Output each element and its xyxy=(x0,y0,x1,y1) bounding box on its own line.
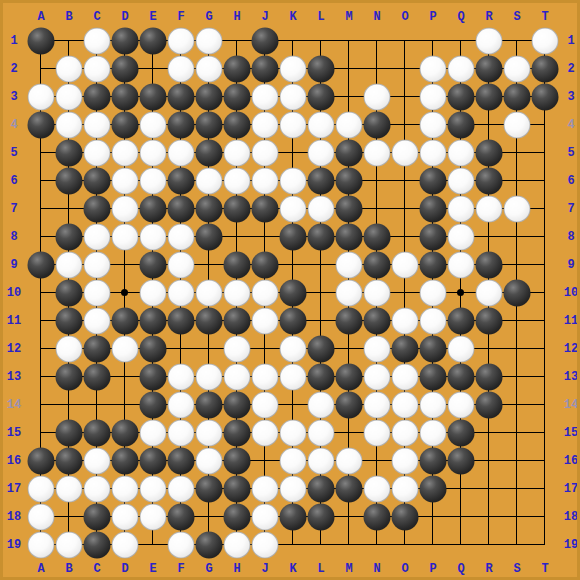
stone-black-H16[interactable] xyxy=(223,447,250,474)
stone-black-F4[interactable] xyxy=(167,111,194,138)
stone-black-G3[interactable] xyxy=(195,83,222,110)
stone-white-N3[interactable] xyxy=(363,83,390,110)
stone-black-R11[interactable] xyxy=(475,307,502,334)
stone-white-K4[interactable] xyxy=(279,111,306,138)
stone-black-P16[interactable] xyxy=(419,447,446,474)
stone-white-O13[interactable] xyxy=(391,363,418,390)
col-label-bottom-G: G xyxy=(205,563,212,575)
col-label-bottom-Q: Q xyxy=(457,563,464,575)
stone-white-G6[interactable] xyxy=(195,167,222,194)
stone-white-K15[interactable] xyxy=(279,419,306,446)
stone-white-C11[interactable] xyxy=(83,307,110,334)
row-label-right-5: 5 xyxy=(567,147,574,159)
stone-white-Q6[interactable] xyxy=(447,167,474,194)
stone-white-F15[interactable] xyxy=(167,419,194,446)
col-label-bottom-L: L xyxy=(317,563,324,575)
col-label-top-L: L xyxy=(317,11,324,23)
stone-black-F7[interactable] xyxy=(167,195,194,222)
stone-black-E11[interactable] xyxy=(139,307,166,334)
row-label-right-4: 4 xyxy=(567,119,574,131)
stone-black-R3[interactable] xyxy=(475,83,502,110)
stone-white-O5[interactable] xyxy=(391,139,418,166)
stone-black-H15[interactable] xyxy=(223,419,250,446)
stone-black-G5[interactable] xyxy=(195,139,222,166)
stone-black-O12[interactable] xyxy=(391,335,418,362)
stone-white-C9[interactable] xyxy=(83,251,110,278)
stone-white-C17[interactable] xyxy=(83,475,110,502)
col-label-top-Q: Q xyxy=(457,11,464,23)
stone-white-E5[interactable] xyxy=(139,139,166,166)
stone-black-F11[interactable] xyxy=(167,307,194,334)
stone-white-J13[interactable] xyxy=(251,363,278,390)
stone-black-F16[interactable] xyxy=(167,447,194,474)
row-label-left-7: 7 xyxy=(10,203,17,215)
col-label-bottom-T: T xyxy=(541,563,548,575)
stone-black-N11[interactable] xyxy=(363,307,390,334)
stone-white-H6[interactable] xyxy=(223,167,250,194)
col-label-top-F: F xyxy=(177,11,184,23)
stone-white-C5[interactable] xyxy=(83,139,110,166)
stone-black-G19[interactable] xyxy=(195,531,222,558)
stone-black-N8[interactable] xyxy=(363,223,390,250)
stone-white-O9[interactable] xyxy=(391,251,418,278)
stone-black-H2[interactable] xyxy=(223,55,250,82)
stone-white-L16[interactable] xyxy=(307,447,334,474)
stone-white-J17[interactable] xyxy=(251,475,278,502)
stone-black-K11[interactable] xyxy=(279,307,306,334)
col-label-top-K: K xyxy=(289,11,296,23)
stone-white-K7[interactable] xyxy=(279,195,306,222)
stone-black-P7[interactable] xyxy=(419,195,446,222)
col-label-top-A: A xyxy=(37,11,44,23)
stone-white-F13[interactable] xyxy=(167,363,194,390)
stone-white-D8[interactable] xyxy=(111,223,138,250)
stone-black-L18[interactable] xyxy=(307,503,334,530)
stone-white-A3[interactable] xyxy=(27,83,54,110)
stone-white-Q9[interactable] xyxy=(447,251,474,278)
stone-black-R5[interactable] xyxy=(475,139,502,166)
col-label-bottom-S: S xyxy=(513,563,520,575)
stone-black-B8[interactable] xyxy=(55,223,82,250)
stone-white-P15[interactable] xyxy=(419,419,446,446)
stone-black-E1[interactable] xyxy=(139,27,166,54)
stone-white-Q8[interactable] xyxy=(447,223,474,250)
row-label-left-18: 18 xyxy=(7,511,21,523)
row-label-left-9: 9 xyxy=(10,259,17,271)
stone-white-E15[interactable] xyxy=(139,419,166,446)
stone-black-B13[interactable] xyxy=(55,363,82,390)
stone-white-M16[interactable] xyxy=(335,447,362,474)
stone-white-N17[interactable] xyxy=(363,475,390,502)
stone-black-K8[interactable] xyxy=(279,223,306,250)
stone-white-F10[interactable] xyxy=(167,279,194,306)
stone-white-E10[interactable] xyxy=(139,279,166,306)
row-label-right-14: 14 xyxy=(564,399,578,411)
stone-black-A1[interactable] xyxy=(27,27,54,54)
stone-white-K16[interactable] xyxy=(279,447,306,474)
col-label-bottom-P: P xyxy=(429,563,436,575)
stone-black-P13[interactable] xyxy=(419,363,446,390)
row-label-right-9: 9 xyxy=(567,259,574,271)
stone-white-S7[interactable] xyxy=(503,195,530,222)
stone-black-P8[interactable] xyxy=(419,223,446,250)
stone-white-N15[interactable] xyxy=(363,419,390,446)
stone-white-P10[interactable] xyxy=(419,279,446,306)
stone-black-B16[interactable] xyxy=(55,447,82,474)
stone-white-D12[interactable] xyxy=(111,335,138,362)
stone-black-J7[interactable] xyxy=(251,195,278,222)
stone-black-O18[interactable] xyxy=(391,503,418,530)
stone-black-P6[interactable] xyxy=(419,167,446,194)
stone-black-F6[interactable] xyxy=(167,167,194,194)
stone-black-L2[interactable] xyxy=(307,55,334,82)
stone-white-D6[interactable] xyxy=(111,167,138,194)
col-label-bottom-A: A xyxy=(37,563,44,575)
stone-black-A9[interactable] xyxy=(27,251,54,278)
stone-black-M8[interactable] xyxy=(335,223,362,250)
stone-black-H18[interactable] xyxy=(223,503,250,530)
stone-white-H13[interactable] xyxy=(223,363,250,390)
stone-black-C15[interactable] xyxy=(83,419,110,446)
row-label-right-6: 6 xyxy=(567,175,574,187)
row-label-left-17: 17 xyxy=(7,483,21,495)
stone-black-Q16[interactable] xyxy=(447,447,474,474)
row-label-right-11: 11 xyxy=(564,315,578,327)
stone-white-F1[interactable] xyxy=(167,27,194,54)
stone-black-K10[interactable] xyxy=(279,279,306,306)
row-label-right-3: 3 xyxy=(567,91,574,103)
stone-white-C16[interactable] xyxy=(83,447,110,474)
stone-white-Q14[interactable] xyxy=(447,391,474,418)
col-label-top-C: C xyxy=(93,11,100,23)
stone-white-R1[interactable] xyxy=(475,27,502,54)
stone-black-P17[interactable] xyxy=(419,475,446,502)
row-label-right-13: 13 xyxy=(564,371,578,383)
stone-black-F3[interactable] xyxy=(167,83,194,110)
stone-black-M14[interactable] xyxy=(335,391,362,418)
stone-black-M11[interactable] xyxy=(335,307,362,334)
stone-black-N9[interactable] xyxy=(363,251,390,278)
stone-black-H11[interactable] xyxy=(223,307,250,334)
stone-white-F8[interactable] xyxy=(167,223,194,250)
go-board[interactable]: AABBCCDDEEFFGGHHJJKKLLMMNNOOPPQQRRSSTT11… xyxy=(0,0,580,580)
stone-black-H3[interactable] xyxy=(223,83,250,110)
stone-white-M9[interactable] xyxy=(335,251,362,278)
stone-black-T2[interactable] xyxy=(531,55,558,82)
stone-black-T3[interactable] xyxy=(531,83,558,110)
stone-white-J14[interactable] xyxy=(251,391,278,418)
stone-white-R10[interactable] xyxy=(475,279,502,306)
stone-black-M13[interactable] xyxy=(335,363,362,390)
stone-black-G8[interactable] xyxy=(195,223,222,250)
row-label-left-11: 11 xyxy=(7,315,21,327)
stone-black-D2[interactable] xyxy=(111,55,138,82)
stone-white-N14[interactable] xyxy=(363,391,390,418)
stone-white-K12[interactable] xyxy=(279,335,306,362)
stone-white-F9[interactable] xyxy=(167,251,194,278)
stone-white-J10[interactable] xyxy=(251,279,278,306)
row-label-left-13: 13 xyxy=(7,371,21,383)
stone-white-C1[interactable] xyxy=(83,27,110,54)
stone-white-K17[interactable] xyxy=(279,475,306,502)
stone-black-A16[interactable] xyxy=(27,447,54,474)
stone-white-F14[interactable] xyxy=(167,391,194,418)
stone-black-D15[interactable] xyxy=(111,419,138,446)
stone-black-L8[interactable] xyxy=(307,223,334,250)
row-label-right-16: 16 xyxy=(564,455,578,467)
stone-white-C10[interactable] xyxy=(83,279,110,306)
row-label-left-2: 2 xyxy=(10,63,17,75)
stone-black-N18[interactable] xyxy=(363,503,390,530)
stone-black-D11[interactable] xyxy=(111,307,138,334)
stone-white-D7[interactable] xyxy=(111,195,138,222)
row-label-left-5: 5 xyxy=(10,147,17,159)
stone-white-P4[interactable] xyxy=(419,111,446,138)
stone-black-M5[interactable] xyxy=(335,139,362,166)
stone-white-J5[interactable] xyxy=(251,139,278,166)
stone-black-S10[interactable] xyxy=(503,279,530,306)
stone-white-L14[interactable] xyxy=(307,391,334,418)
stone-white-L4[interactable] xyxy=(307,111,334,138)
stone-white-G2[interactable] xyxy=(195,55,222,82)
stone-white-G1[interactable] xyxy=(195,27,222,54)
stone-white-N12[interactable] xyxy=(363,335,390,362)
row-label-left-10: 10 xyxy=(7,287,21,299)
stone-black-H7[interactable] xyxy=(223,195,250,222)
stone-white-O14[interactable] xyxy=(391,391,418,418)
stone-white-J4[interactable] xyxy=(251,111,278,138)
stone-white-O11[interactable] xyxy=(391,307,418,334)
stone-black-E7[interactable] xyxy=(139,195,166,222)
stone-black-R2[interactable] xyxy=(475,55,502,82)
stone-white-A19[interactable] xyxy=(27,531,54,558)
stone-white-G16[interactable] xyxy=(195,447,222,474)
col-label-bottom-M: M xyxy=(345,563,352,575)
stone-black-B11[interactable] xyxy=(55,307,82,334)
stone-white-F2[interactable] xyxy=(167,55,194,82)
stone-white-K13[interactable] xyxy=(279,363,306,390)
stone-white-S2[interactable] xyxy=(503,55,530,82)
stone-white-O16[interactable] xyxy=(391,447,418,474)
stone-black-R9[interactable] xyxy=(475,251,502,278)
stone-white-L15[interactable] xyxy=(307,419,334,446)
stone-white-H19[interactable] xyxy=(223,531,250,558)
stone-black-Q3[interactable] xyxy=(447,83,474,110)
stone-white-B4[interactable] xyxy=(55,111,82,138)
stone-white-J19[interactable] xyxy=(251,531,278,558)
stone-white-M10[interactable] xyxy=(335,279,362,306)
row-label-right-7: 7 xyxy=(567,203,574,215)
stone-black-M6[interactable] xyxy=(335,167,362,194)
stone-black-K18[interactable] xyxy=(279,503,306,530)
stone-black-D1[interactable] xyxy=(111,27,138,54)
stone-white-E8[interactable] xyxy=(139,223,166,250)
row-label-left-6: 6 xyxy=(10,175,17,187)
stone-white-F17[interactable] xyxy=(167,475,194,502)
stone-white-C2[interactable] xyxy=(83,55,110,82)
stone-white-C4[interactable] xyxy=(83,111,110,138)
stone-black-G7[interactable] xyxy=(195,195,222,222)
stone-black-L17[interactable] xyxy=(307,475,334,502)
col-label-bottom-C: C xyxy=(93,563,100,575)
stone-white-R7[interactable] xyxy=(475,195,502,222)
stone-black-E3[interactable] xyxy=(139,83,166,110)
stone-black-H9[interactable] xyxy=(223,251,250,278)
stone-black-C7[interactable] xyxy=(83,195,110,222)
col-label-top-S: S xyxy=(513,11,520,23)
stone-white-P5[interactable] xyxy=(419,139,446,166)
stone-white-G13[interactable] xyxy=(195,363,222,390)
stone-white-H12[interactable] xyxy=(223,335,250,362)
stone-white-E18[interactable] xyxy=(139,503,166,530)
stone-black-E16[interactable] xyxy=(139,447,166,474)
stone-black-C3[interactable] xyxy=(83,83,110,110)
stone-white-N10[interactable] xyxy=(363,279,390,306)
stone-white-P2[interactable] xyxy=(419,55,446,82)
stone-black-Q4[interactable] xyxy=(447,111,474,138)
stone-black-J9[interactable] xyxy=(251,251,278,278)
stone-black-A4[interactable] xyxy=(27,111,54,138)
stone-white-O15[interactable] xyxy=(391,419,418,446)
stone-white-H5[interactable] xyxy=(223,139,250,166)
stone-black-S3[interactable] xyxy=(503,83,530,110)
stone-white-M4[interactable] xyxy=(335,111,362,138)
stone-black-E12[interactable] xyxy=(139,335,166,362)
stone-black-R6[interactable] xyxy=(475,167,502,194)
stone-black-Q11[interactable] xyxy=(447,307,474,334)
stone-black-D3[interactable] xyxy=(111,83,138,110)
col-label-top-M: M xyxy=(345,11,352,23)
stone-black-L6[interactable] xyxy=(307,167,334,194)
stone-white-K6[interactable] xyxy=(279,167,306,194)
stone-black-C12[interactable] xyxy=(83,335,110,362)
stone-black-G14[interactable] xyxy=(195,391,222,418)
stone-white-J6[interactable] xyxy=(251,167,278,194)
row-label-right-15: 15 xyxy=(564,427,578,439)
stone-black-R13[interactable] xyxy=(475,363,502,390)
stone-white-O17[interactable] xyxy=(391,475,418,502)
stone-black-C6[interactable] xyxy=(83,167,110,194)
stone-black-B6[interactable] xyxy=(55,167,82,194)
stone-black-F18[interactable] xyxy=(167,503,194,530)
stone-black-C18[interactable] xyxy=(83,503,110,530)
stone-white-E4[interactable] xyxy=(139,111,166,138)
stone-black-E14[interactable] xyxy=(139,391,166,418)
stone-black-C19[interactable] xyxy=(83,531,110,558)
stone-white-D18[interactable] xyxy=(111,503,138,530)
stone-white-N5[interactable] xyxy=(363,139,390,166)
stone-white-P3[interactable] xyxy=(419,83,446,110)
stone-white-D17[interactable] xyxy=(111,475,138,502)
stone-black-H14[interactable] xyxy=(223,391,250,418)
row-label-right-17: 17 xyxy=(564,483,578,495)
stone-white-K3[interactable] xyxy=(279,83,306,110)
stone-black-L3[interactable] xyxy=(307,83,334,110)
stone-black-R14[interactable] xyxy=(475,391,502,418)
stone-white-P14[interactable] xyxy=(419,391,446,418)
stone-black-G17[interactable] xyxy=(195,475,222,502)
stone-black-B15[interactable] xyxy=(55,419,82,446)
stone-black-D4[interactable] xyxy=(111,111,138,138)
col-label-bottom-K: K xyxy=(289,563,296,575)
col-label-top-H: H xyxy=(233,11,240,23)
stone-white-E17[interactable] xyxy=(139,475,166,502)
stone-white-H10[interactable] xyxy=(223,279,250,306)
stone-black-G4[interactable] xyxy=(195,111,222,138)
col-label-bottom-F: F xyxy=(177,563,184,575)
stone-white-D5[interactable] xyxy=(111,139,138,166)
stone-black-Q13[interactable] xyxy=(447,363,474,390)
stone-white-J11[interactable] xyxy=(251,307,278,334)
stone-black-M17[interactable] xyxy=(335,475,362,502)
stone-white-A18[interactable] xyxy=(27,503,54,530)
stone-black-J2[interactable] xyxy=(251,55,278,82)
stone-black-P12[interactable] xyxy=(419,335,446,362)
stone-white-B2[interactable] xyxy=(55,55,82,82)
stone-black-E9[interactable] xyxy=(139,251,166,278)
stone-white-J15[interactable] xyxy=(251,419,278,446)
row-label-right-19: 19 xyxy=(564,539,578,551)
stone-white-B9[interactable] xyxy=(55,251,82,278)
stone-white-L7[interactable] xyxy=(307,195,334,222)
stone-white-L5[interactable] xyxy=(307,139,334,166)
stone-white-F19[interactable] xyxy=(167,531,194,558)
row-label-right-18: 18 xyxy=(564,511,578,523)
stone-black-H4[interactable] xyxy=(223,111,250,138)
stone-black-M7[interactable] xyxy=(335,195,362,222)
stone-black-H17[interactable] xyxy=(223,475,250,502)
stone-black-B10[interactable] xyxy=(55,279,82,306)
stone-white-K2[interactable] xyxy=(279,55,306,82)
stone-white-Q12[interactable] xyxy=(447,335,474,362)
col-label-top-J: J xyxy=(261,11,268,23)
stone-white-C8[interactable] xyxy=(83,223,110,250)
stone-white-T1[interactable] xyxy=(531,27,558,54)
stone-black-J1[interactable] xyxy=(251,27,278,54)
stone-white-G10[interactable] xyxy=(195,279,222,306)
stone-white-B3[interactable] xyxy=(55,83,82,110)
stone-black-L13[interactable] xyxy=(307,363,334,390)
stone-black-E13[interactable] xyxy=(139,363,166,390)
stone-white-Q7[interactable] xyxy=(447,195,474,222)
stone-white-B19[interactable] xyxy=(55,531,82,558)
stone-white-N13[interactable] xyxy=(363,363,390,390)
stone-black-Q15[interactable] xyxy=(447,419,474,446)
row-label-left-3: 3 xyxy=(10,91,17,103)
stone-white-D19[interactable] xyxy=(111,531,138,558)
stone-white-E6[interactable] xyxy=(139,167,166,194)
stone-white-Q2[interactable] xyxy=(447,55,474,82)
stone-white-B17[interactable] xyxy=(55,475,82,502)
stone-black-C13[interactable] xyxy=(83,363,110,390)
stone-white-P11[interactable] xyxy=(419,307,446,334)
stone-white-B12[interactable] xyxy=(55,335,82,362)
stone-white-S4[interactable] xyxy=(503,111,530,138)
stone-black-N4[interactable] xyxy=(363,111,390,138)
stone-black-P9[interactable] xyxy=(419,251,446,278)
stone-black-D16[interactable] xyxy=(111,447,138,474)
stone-black-L12[interactable] xyxy=(307,335,334,362)
stone-white-A17[interactable] xyxy=(27,475,54,502)
col-label-top-R: R xyxy=(485,11,492,23)
stone-black-B5[interactable] xyxy=(55,139,82,166)
stone-black-G11[interactable] xyxy=(195,307,222,334)
stone-white-F5[interactable] xyxy=(167,139,194,166)
stone-white-J18[interactable] xyxy=(251,503,278,530)
stone-white-G15[interactable] xyxy=(195,419,222,446)
stone-white-J3[interactable] xyxy=(251,83,278,110)
stone-white-Q5[interactable] xyxy=(447,139,474,166)
